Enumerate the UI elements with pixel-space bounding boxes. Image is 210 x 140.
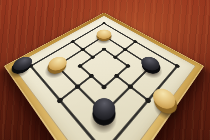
board-square	[80, 49, 128, 87]
white-piece[interactable]	[94, 30, 115, 43]
morris-board[interactable]	[4, 13, 204, 140]
screenshot-root	[0, 0, 210, 140]
board-scene	[0, 0, 210, 140]
